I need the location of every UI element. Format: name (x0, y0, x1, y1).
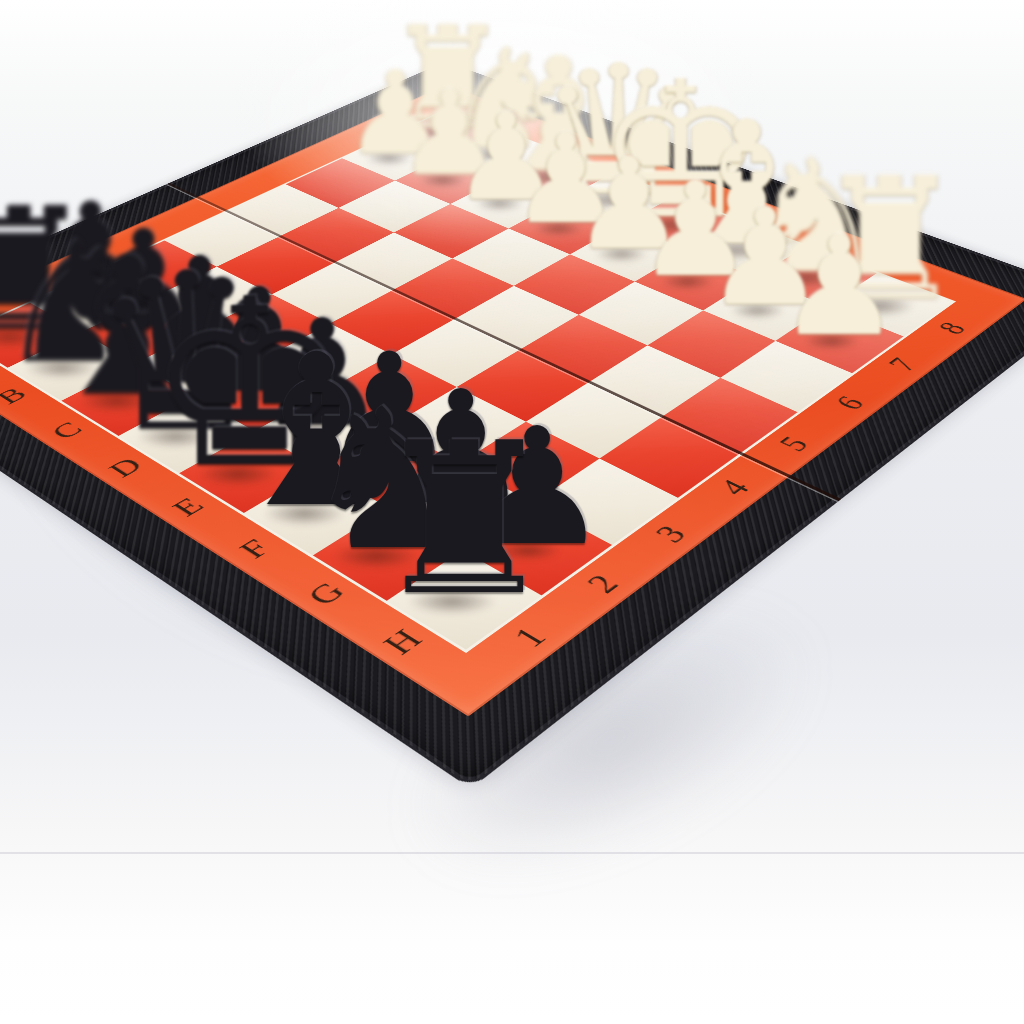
piece-black-rook-h1[interactable]: ♜ (370, 416, 557, 625)
piece-white-pawn-h7[interactable]: ♟ (777, 218, 901, 356)
chess-set-photo: ABCDEFGH 87654321 ♜♞♝♛♚♝♞♜♟♟♟♟♟♟♟♟♟♟♟♟♟♟… (0, 0, 1024, 1024)
